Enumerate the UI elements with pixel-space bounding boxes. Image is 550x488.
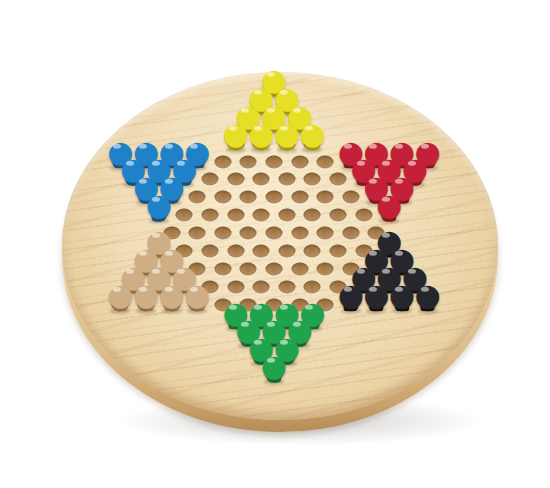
board-cell (268, 153, 281, 171)
peg-head: ● (222, 122, 248, 143)
board-cell (319, 260, 332, 278)
board-hole[interactable] (329, 244, 346, 257)
board-hole[interactable] (304, 244, 321, 257)
board-hole[interactable] (227, 244, 244, 257)
board-hole[interactable] (304, 173, 321, 186)
board-cell (268, 188, 281, 206)
board-cell (319, 188, 332, 206)
board-hole[interactable] (291, 155, 308, 168)
board-cell (216, 153, 229, 171)
board-cell (191, 188, 204, 206)
peg-yellow[interactable]: ● (222, 122, 248, 150)
board-cell (255, 170, 268, 188)
board-cell: ● (114, 296, 127, 314)
board-cell (319, 153, 332, 171)
board-hole[interactable] (317, 155, 334, 168)
board-cell (293, 153, 306, 171)
board-cell (178, 206, 191, 224)
board-hole[interactable] (278, 173, 295, 186)
board-hole[interactable] (240, 262, 257, 275)
board-cell (280, 242, 293, 260)
peg-head: ● (158, 283, 184, 304)
peg-head: ● (338, 283, 364, 304)
board-cell (344, 224, 357, 242)
board-hole[interactable] (265, 262, 282, 275)
board-cell (306, 242, 319, 260)
peg-head: ● (414, 283, 440, 304)
board-hole[interactable] (317, 227, 334, 240)
peg-yellow[interactable]: ● (274, 122, 300, 150)
board-hole[interactable] (329, 173, 346, 186)
board-cell (204, 170, 217, 188)
board-cell (229, 206, 242, 224)
board-cell: ● (191, 296, 204, 314)
board-hole[interactable] (253, 244, 270, 257)
board-cell (280, 170, 293, 188)
board-cell (306, 170, 319, 188)
peg-head: ● (146, 194, 172, 215)
board-hole[interactable] (265, 191, 282, 204)
board-hole[interactable] (201, 244, 218, 257)
peg-head: ● (389, 283, 415, 304)
board-hole[interactable] (278, 209, 295, 222)
board-cell: ● (140, 296, 153, 314)
peg-head: ● (184, 283, 210, 304)
board-hole[interactable] (176, 209, 193, 222)
board-cell (255, 206, 268, 224)
peg-yellow[interactable]: ● (299, 122, 325, 150)
peg-yellow[interactable]: ● (248, 122, 274, 150)
board-hole[interactable] (253, 173, 270, 186)
board-cell (242, 188, 255, 206)
peg-head: ● (376, 194, 402, 215)
peg-natural-wood[interactable]: ● (133, 283, 159, 311)
board-hole[interactable] (317, 191, 334, 204)
board-hole[interactable] (189, 191, 206, 204)
peg-head: ● (248, 122, 274, 143)
board-cell: ● (229, 135, 242, 153)
board-hole[interactable] (227, 173, 244, 186)
peg-black[interactable]: ● (414, 283, 440, 311)
board-hole[interactable] (214, 262, 231, 275)
board-cell (242, 153, 255, 171)
board-hole[interactable] (214, 155, 231, 168)
board-cell: ● (255, 135, 268, 153)
board-hole[interactable] (329, 209, 346, 222)
board-cell (293, 260, 306, 278)
board-cell (268, 224, 281, 242)
board-cell (216, 260, 229, 278)
board-cell: ● (268, 367, 281, 385)
board-hole[interactable] (227, 280, 244, 293)
board-cell (280, 206, 293, 224)
board-hole[interactable] (201, 173, 218, 186)
peg-head: ● (274, 122, 300, 143)
peg-natural-wood[interactable]: ● (184, 283, 210, 311)
board-cell (242, 260, 255, 278)
board-cell (319, 224, 332, 242)
board-hole[interactable] (291, 227, 308, 240)
board-cell (332, 170, 345, 188)
board-hole[interactable] (342, 191, 359, 204)
board-hole[interactable] (291, 262, 308, 275)
board-hole[interactable] (278, 280, 295, 293)
board-cell (280, 278, 293, 296)
board-cell: ● (383, 206, 396, 224)
board-hole[interactable] (253, 280, 270, 293)
board-cell (306, 206, 319, 224)
board-cell (191, 224, 204, 242)
board-hole[interactable] (278, 244, 295, 257)
peg-head: ● (261, 355, 287, 376)
board-hole[interactable] (214, 227, 231, 240)
board-hole[interactable] (201, 209, 218, 222)
peg-black[interactable]: ● (389, 283, 415, 311)
board-cell (255, 278, 268, 296)
peg-green[interactable]: ● (261, 355, 287, 383)
board-hole[interactable] (240, 155, 257, 168)
board-cell (306, 278, 319, 296)
board-hole[interactable] (304, 280, 321, 293)
board-hole[interactable] (240, 227, 257, 240)
peg-head: ● (299, 122, 325, 143)
board-cell (293, 224, 306, 242)
peg-blue[interactable]: ● (146, 194, 172, 222)
peg-head: ● (133, 283, 159, 304)
peg-black[interactable]: ● (338, 283, 364, 311)
peg-head: ● (363, 283, 389, 304)
board-cell (229, 278, 242, 296)
board-cell: ● (165, 296, 178, 314)
board-cell (204, 206, 217, 224)
board-cell: ● (344, 296, 357, 314)
board-cell: ● (421, 296, 434, 314)
board-hole[interactable] (355, 209, 372, 222)
peg-red[interactable]: ● (376, 194, 402, 222)
board-cell (332, 242, 345, 260)
board-hole[interactable] (227, 209, 244, 222)
board-cell (242, 224, 255, 242)
board-hole[interactable] (214, 191, 231, 204)
board-cell (344, 188, 357, 206)
board-cell: ● (306, 135, 319, 153)
board-cell (229, 170, 242, 188)
peg-natural-wood[interactable]: ● (158, 283, 184, 311)
star-grid: ●●●●●●●●●●●●●●●●●●●●●●●●●●●●●●●●●●●●●●●●… (114, 81, 434, 385)
peg-black[interactable]: ● (363, 283, 389, 311)
board-cell (216, 224, 229, 242)
peg-natural-wood[interactable]: ● (107, 283, 133, 311)
board-cell (216, 188, 229, 206)
board-hole[interactable] (265, 155, 282, 168)
board-hole[interactable] (265, 227, 282, 240)
scene: Chinese Checkers ●●●●●●●●●●●●●●●●●●●●●●●… (0, 0, 550, 488)
board-hole[interactable] (304, 209, 321, 222)
board-cell (204, 242, 217, 260)
board-cell (229, 242, 242, 260)
board-hole[interactable] (291, 191, 308, 204)
board-hole[interactable] (253, 209, 270, 222)
board-cell (255, 242, 268, 260)
board-hole[interactable] (240, 191, 257, 204)
board-hole[interactable] (342, 227, 359, 240)
board-cell: ● (152, 206, 165, 224)
board-hole[interactable] (189, 227, 206, 240)
board-cell (293, 188, 306, 206)
board-cell (357, 206, 370, 224)
board-cell: ● (396, 296, 409, 314)
board-cell (332, 206, 345, 224)
board-hole[interactable] (317, 262, 334, 275)
board-cell: ● (280, 135, 293, 153)
board-cell (268, 260, 281, 278)
peg-head: ● (107, 283, 133, 304)
board-cell: ● (370, 296, 383, 314)
